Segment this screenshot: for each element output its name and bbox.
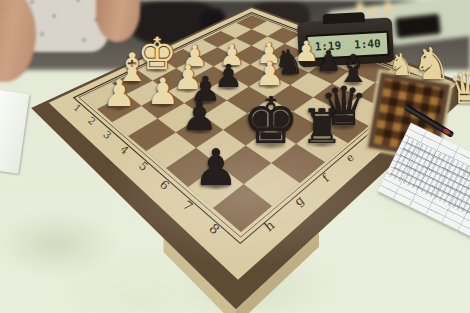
clock-rocker-button[interactable] bbox=[322, 12, 364, 24]
black-rook-e8[interactable]: ♜ bbox=[301, 103, 343, 150]
black-pawn-h7[interactable]: ♟ bbox=[193, 143, 238, 193]
photo-scene: 12345678abcdefgh ♛♜♝♚♟♟♟♞♟♟♟♟♟♟♟♟♟♟♚♝ 1:… bbox=[0, 0, 470, 313]
white-pawn-g3[interactable]: ♟ bbox=[147, 73, 180, 109]
black-pawn-g5[interactable]: ♟ bbox=[182, 97, 218, 137]
captured-white-knight[interactable]: ♞ bbox=[388, 50, 415, 80]
captured-white-queen[interactable]: ♛ bbox=[448, 66, 470, 110]
black-king-f7[interactable]: ♚ bbox=[242, 90, 299, 154]
white-pawn-h2[interactable]: ♟ bbox=[103, 76, 136, 113]
captured-white-knight[interactable]: ♞ bbox=[412, 42, 451, 86]
